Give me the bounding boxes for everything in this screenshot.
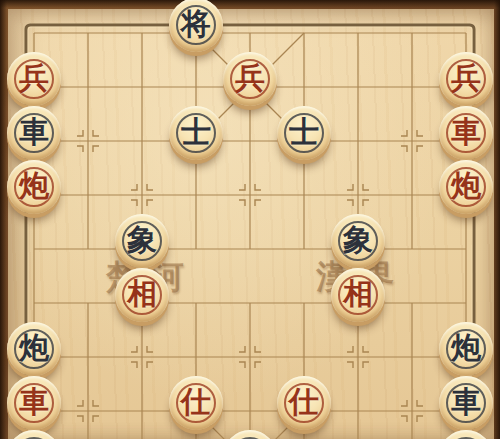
piece-black-advisor[interactable]: 士	[276, 106, 332, 166]
piece-red-soldier[interactable]: 兵	[438, 52, 494, 112]
piece-character: 炮	[7, 321, 61, 375]
piece-character: 相	[115, 267, 169, 321]
xiangqi-board[interactable]: 楚河 漢界 将兵兵兵車士士車炮炮象象相相炮炮車仕仕車卒卒卒	[0, 0, 500, 439]
piece-character: 車	[7, 105, 61, 159]
piece-red-soldier[interactable]: 兵	[6, 52, 62, 112]
piece-red-elephant[interactable]: 相	[330, 268, 386, 328]
piece-character: 士	[169, 105, 223, 159]
piece-black-cannon[interactable]: 炮	[438, 322, 494, 382]
piece-character: 兵	[223, 51, 277, 105]
piece-character: 炮	[7, 159, 61, 213]
piece-character: 士	[277, 105, 331, 159]
piece-character: 仕	[277, 375, 331, 429]
piece-black-chariot[interactable]: 車	[6, 106, 62, 166]
piece-red-elephant[interactable]: 相	[114, 268, 170, 328]
piece-black-soldier[interactable]: 卒	[438, 430, 494, 439]
piece-red-cannon[interactable]: 炮	[6, 160, 62, 220]
piece-character: 車	[7, 375, 61, 429]
piece-character: 卒	[223, 429, 277, 439]
piece-black-soldier[interactable]: 卒	[222, 430, 278, 439]
piece-red-chariot[interactable]: 車	[6, 376, 62, 436]
piece-black-advisor[interactable]: 士	[168, 106, 224, 166]
piece-red-chariot[interactable]: 車	[438, 106, 494, 166]
piece-black-cannon[interactable]: 炮	[6, 322, 62, 382]
piece-character: 将	[169, 0, 223, 51]
piece-character: 相	[331, 267, 385, 321]
piece-character: 象	[115, 213, 169, 267]
piece-character: 炮	[439, 321, 493, 375]
piece-black-general[interactable]: 将	[168, 0, 224, 58]
piece-character: 兵	[7, 51, 61, 105]
piece-character: 卒	[439, 429, 493, 439]
piece-red-soldier[interactable]: 兵	[222, 52, 278, 112]
piece-character: 兵	[439, 51, 493, 105]
piece-red-advisor[interactable]: 仕	[276, 376, 332, 436]
piece-black-elephant[interactable]: 象	[114, 214, 170, 274]
piece-red-advisor[interactable]: 仕	[168, 376, 224, 436]
piece-character: 象	[331, 213, 385, 267]
piece-character: 卒	[7, 429, 61, 439]
piece-black-chariot[interactable]: 車	[438, 376, 494, 436]
piece-red-cannon[interactable]: 炮	[438, 160, 494, 220]
piece-character: 車	[439, 105, 493, 159]
piece-character: 車	[439, 375, 493, 429]
piece-character: 炮	[439, 159, 493, 213]
piece-black-soldier[interactable]: 卒	[6, 430, 62, 439]
piece-character: 仕	[169, 375, 223, 429]
piece-black-elephant[interactable]: 象	[330, 214, 386, 274]
